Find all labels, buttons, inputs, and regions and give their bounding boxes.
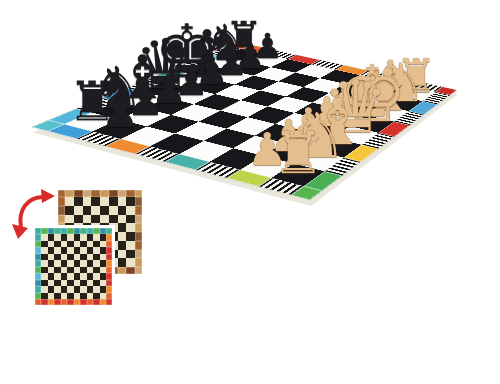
thumb-square: [126, 215, 135, 224]
thumb-border-tile: [135, 267, 142, 274]
thumb-border-tile: [135, 250, 142, 259]
thumb-square: [65, 206, 74, 215]
thumb-square: [100, 215, 109, 224]
thumb-square: [126, 232, 135, 241]
thumb-square: [126, 258, 135, 267]
thumb-border-tile: [126, 267, 135, 274]
thumb-square: [109, 197, 118, 206]
thumb-border-tile: [135, 215, 142, 224]
product-photo-scene: ♜♞♝♛♚♝♞♜♟♟♟♟♟♟♟♟♟♟♟♟♟♟♟♟♜♞♝♛♚♝♞♜: [0, 0, 500, 384]
thumb-square: [118, 197, 127, 206]
thumb-square: [118, 215, 127, 224]
thumb-border-tile: [126, 190, 135, 197]
thumb-square: [91, 197, 100, 206]
thumb-border-tile: [58, 197, 65, 206]
thumb-square: [126, 206, 135, 215]
thumb-border-tile: [58, 190, 65, 197]
thumb-border-tile: [109, 190, 118, 197]
thumb-border-tile: [58, 215, 65, 224]
thumb-border-tile: [135, 206, 142, 215]
thumb-square: [91, 215, 100, 224]
thumb-square: [109, 215, 118, 224]
thumb-border-tile: [135, 223, 142, 232]
thumb-border-tile: [135, 258, 142, 267]
thumb-square: [83, 197, 92, 206]
thumb-square: [91, 206, 100, 215]
thumb-border-tile: [91, 190, 100, 197]
flip-arrow-icon: [10, 188, 56, 240]
thumb-border-tile: [58, 206, 65, 215]
main-chess-board: [32, 42, 457, 200]
thumb-square: [118, 223, 127, 232]
thumb-square: [100, 197, 109, 206]
thumb-border-tile: [135, 197, 142, 206]
thumb-square: [65, 215, 74, 224]
thumb-border-tile: [135, 190, 142, 197]
thumb-border-tile: [118, 267, 127, 274]
thumb-square: [126, 241, 135, 250]
thumb-border-tile: [118, 190, 127, 197]
thumb-border-tile: [65, 190, 74, 197]
thumb-border-tile: [100, 190, 109, 197]
thumb-square: [118, 241, 127, 250]
thumb-square: [118, 206, 127, 215]
thumb-border-tile: [83, 190, 92, 197]
thumb-square: [118, 258, 127, 267]
thumb-square: [74, 206, 83, 215]
thumb-square: [109, 206, 118, 215]
thumb-square: [74, 215, 83, 224]
thumb-border-tile: [74, 190, 83, 197]
thumb-square: [126, 223, 135, 232]
thumb-square: [118, 232, 127, 241]
thumb-border-tile: [106, 299, 112, 305]
thumb-border-tile: [135, 232, 142, 241]
thumb-square: [100, 206, 109, 215]
thumb-square: [74, 197, 83, 206]
thumb-border-tile: [135, 241, 142, 250]
thumb-square: [126, 197, 135, 206]
thumb-square: [118, 250, 127, 259]
thumb-square: [126, 250, 135, 259]
thumb-square: [83, 215, 92, 224]
thumb-square: [83, 206, 92, 215]
thumb-square: [65, 197, 74, 206]
